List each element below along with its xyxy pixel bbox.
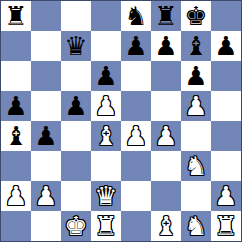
white-pawn: ♟ [94, 93, 117, 119]
square-a5[interactable]: ♟ [1, 91, 31, 121]
square-h7[interactable]: ♟ [211, 31, 241, 61]
white-knight: ♞ [184, 213, 207, 239]
square-f2[interactable] [151, 181, 181, 211]
square-d3[interactable] [91, 151, 121, 181]
square-b1[interactable] [31, 211, 61, 241]
square-e7[interactable]: ♟ [121, 31, 151, 61]
square-e1[interactable] [121, 211, 151, 241]
square-a1[interactable] [1, 211, 31, 241]
square-d2[interactable]: ♛ [91, 181, 121, 211]
square-b2[interactable]: ♟ [31, 181, 61, 211]
square-g6[interactable]: ♟ [181, 61, 211, 91]
square-h2[interactable]: ♟ [211, 181, 241, 211]
square-a8[interactable]: ♜ [1, 1, 31, 31]
square-h4[interactable] [211, 121, 241, 151]
black-knight: ♞ [124, 3, 147, 29]
square-d1[interactable]: ♜ [91, 211, 121, 241]
square-d6[interactable]: ♟ [91, 61, 121, 91]
square-c6[interactable] [61, 61, 91, 91]
square-b4[interactable]: ♟ [31, 121, 61, 151]
square-h8[interactable] [211, 1, 241, 31]
square-c7[interactable]: ♛ [61, 31, 91, 61]
white-pawn: ♟ [124, 123, 147, 149]
black-pawn: ♟ [124, 33, 147, 59]
square-e8[interactable]: ♞ [121, 1, 151, 31]
square-g5[interactable]: ♟ [181, 91, 211, 121]
white-pawn: ♟ [214, 183, 237, 209]
black-pawn: ♟ [184, 63, 207, 89]
white-king: ♚ [64, 213, 87, 239]
black-pawn: ♟ [64, 93, 87, 119]
black-rook: ♜ [154, 3, 177, 29]
square-g3[interactable]: ♞ [181, 151, 211, 181]
black-pawn: ♟ [214, 33, 237, 59]
square-b5[interactable] [31, 91, 61, 121]
square-b7[interactable] [31, 31, 61, 61]
square-e2[interactable] [121, 181, 151, 211]
square-d8[interactable] [91, 1, 121, 31]
black-pawn: ♟ [94, 63, 117, 89]
square-h3[interactable] [211, 151, 241, 181]
square-f7[interactable]: ♟ [151, 31, 181, 61]
black-bishop: ♝ [4, 123, 27, 149]
white-knight: ♞ [184, 153, 207, 179]
black-rook: ♜ [4, 3, 27, 29]
square-a2[interactable]: ♟ [1, 181, 31, 211]
black-queen: ♛ [64, 33, 87, 59]
square-h6[interactable] [211, 61, 241, 91]
square-a6[interactable] [1, 61, 31, 91]
square-e3[interactable] [121, 151, 151, 181]
square-c5[interactable]: ♟ [61, 91, 91, 121]
chess-board: ♜♞♜♚♛♟♟♝♟♟♟♟♟♟♟♝♟♝♟♟♞♟♟♛♟♚♜♝♞♜ [0, 0, 242, 242]
square-a7[interactable] [1, 31, 31, 61]
square-e4[interactable]: ♟ [121, 121, 151, 151]
square-c2[interactable] [61, 181, 91, 211]
square-a3[interactable] [1, 151, 31, 181]
square-c4[interactable] [61, 121, 91, 151]
square-d4[interactable]: ♝ [91, 121, 121, 151]
square-b3[interactable] [31, 151, 61, 181]
square-c8[interactable] [61, 1, 91, 31]
white-pawn: ♟ [4, 183, 27, 209]
square-h5[interactable] [211, 91, 241, 121]
black-pawn: ♟ [4, 93, 27, 119]
square-f5[interactable] [151, 91, 181, 121]
square-c1[interactable]: ♚ [61, 211, 91, 241]
white-pawn: ♟ [184, 93, 207, 119]
square-f6[interactable] [151, 61, 181, 91]
white-rook: ♜ [94, 213, 117, 239]
white-pawn: ♟ [154, 123, 177, 149]
square-d5[interactable]: ♟ [91, 91, 121, 121]
black-king: ♚ [184, 3, 207, 29]
square-c3[interactable] [61, 151, 91, 181]
white-bishop: ♝ [154, 213, 177, 239]
square-g8[interactable]: ♚ [181, 1, 211, 31]
square-b6[interactable] [31, 61, 61, 91]
square-f1[interactable]: ♝ [151, 211, 181, 241]
white-pawn: ♟ [34, 183, 57, 209]
black-bishop: ♝ [184, 33, 207, 59]
square-g4[interactable] [181, 121, 211, 151]
square-a4[interactable]: ♝ [1, 121, 31, 151]
square-g7[interactable]: ♝ [181, 31, 211, 61]
square-g2[interactable] [181, 181, 211, 211]
square-f4[interactable]: ♟ [151, 121, 181, 151]
square-e6[interactable] [121, 61, 151, 91]
white-bishop: ♝ [94, 123, 117, 149]
square-f3[interactable] [151, 151, 181, 181]
black-pawn: ♟ [34, 123, 57, 149]
white-queen: ♛ [94, 183, 117, 209]
square-e5[interactable] [121, 91, 151, 121]
square-d7[interactable] [91, 31, 121, 61]
square-g1[interactable]: ♞ [181, 211, 211, 241]
black-pawn: ♟ [154, 33, 177, 59]
white-rook: ♜ [214, 213, 237, 239]
square-b8[interactable] [31, 1, 61, 31]
square-h1[interactable]: ♜ [211, 211, 241, 241]
square-f8[interactable]: ♜ [151, 1, 181, 31]
